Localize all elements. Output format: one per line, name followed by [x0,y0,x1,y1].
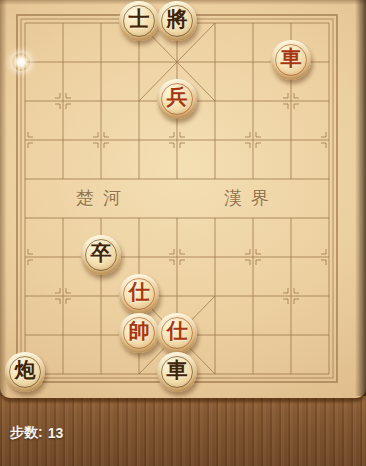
piece-character: 仕 [129,282,150,303]
sparkle-effect-icon [12,53,30,71]
piece-character: 帥 [129,321,150,342]
black-cannon-piece[interactable]: 炮 [5,352,45,392]
piece-character: 仕 [167,321,188,342]
piece-character: 炮 [15,360,36,381]
red-advisor-piece[interactable]: 仕 [119,274,159,314]
board-edge-shadow-left [0,0,7,396]
piece-character: 車 [281,48,302,69]
black-chariot-piece[interactable]: 車 [157,352,197,392]
piece-character: 士 [129,9,150,30]
piece-character: 將 [167,9,188,30]
steps-label: 步数: [10,424,43,442]
red-soldier-piece[interactable]: 兵 [157,79,197,119]
xiangqi-game-screen: 楚河 漢界 士將車兵卒仕帥仕車炮 步数: 13 [0,0,366,466]
black-soldier-piece[interactable]: 卒 [81,235,121,275]
red-general-piece[interactable]: 帥 [119,313,159,353]
steps-value: 13 [48,425,64,441]
board-edge-shadow-right [355,0,366,396]
xiangqi-board: 楚河 漢界 士將車兵卒仕帥仕車炮 [0,0,366,398]
piece-character: 卒 [91,243,112,264]
status-bar: 步数: 13 [10,424,63,442]
red-advisor-2-piece[interactable]: 仕 [157,313,197,353]
red-chariot-piece[interactable]: 車 [271,40,311,80]
black-advisor-piece[interactable]: 士 [119,1,159,41]
board-grid[interactable]: 士將車兵卒仕帥仕車炮 [6,4,348,394]
piece-character: 車 [167,360,188,381]
black-general-piece[interactable]: 將 [157,1,197,41]
piece-character: 兵 [167,87,188,108]
